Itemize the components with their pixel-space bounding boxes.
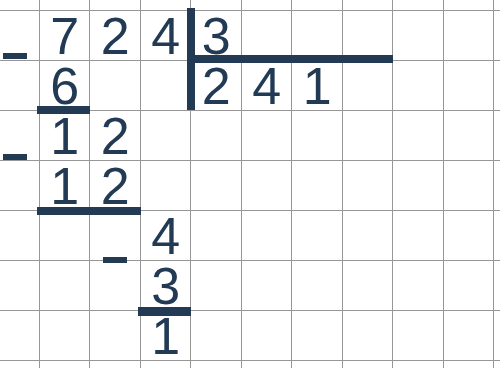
paper-cell <box>40 211 91 261</box>
paper-cell <box>90 361 141 368</box>
paper-cell <box>40 361 91 368</box>
paper-cell <box>0 261 40 311</box>
paper-cell <box>191 261 242 311</box>
digit-3: 3 <box>141 261 192 311</box>
paper-cell <box>191 161 242 211</box>
minus-sign-3 <box>103 257 127 263</box>
paper-cell <box>292 261 343 311</box>
subtraction-underline-3 <box>138 307 191 316</box>
paper-cell <box>242 361 293 368</box>
paper-cell <box>292 161 343 211</box>
digit-3: 3 <box>191 11 242 61</box>
paper-cell <box>191 211 242 261</box>
paper-cell <box>242 11 293 61</box>
digit-2: 2 <box>90 161 141 211</box>
paper-cell <box>494 211 500 261</box>
paper-cell <box>40 311 91 361</box>
digit-4: 4 <box>141 211 192 261</box>
paper-cell <box>444 111 495 161</box>
paper-cell <box>393 311 444 361</box>
paper-cell <box>343 361 394 368</box>
paper-cell <box>494 161 500 211</box>
paper-cell <box>393 211 444 261</box>
digit-1: 1 <box>40 111 91 161</box>
paper-cell <box>393 161 444 211</box>
paper-cell <box>242 261 293 311</box>
paper-cell <box>292 361 343 368</box>
paper-cell <box>494 11 500 61</box>
digit-4: 4 <box>141 11 192 61</box>
paper-cell <box>242 111 293 161</box>
paper-cell <box>90 61 141 111</box>
digit-2: 2 <box>90 111 141 161</box>
digit-7: 7 <box>40 11 91 61</box>
digit-4: 4 <box>242 61 293 111</box>
quotient-overline <box>187 55 393 63</box>
paper-cell <box>0 0 40 11</box>
minus-sign-2 <box>3 154 27 160</box>
paper-cell <box>444 361 495 368</box>
paper-cell <box>0 311 40 361</box>
paper-cell <box>494 261 500 311</box>
paper-cell <box>494 311 500 361</box>
paper-cell <box>90 311 141 361</box>
paper-cell <box>343 111 394 161</box>
paper-cell <box>494 111 500 161</box>
paper-cell <box>444 261 495 311</box>
paper-cell <box>393 361 444 368</box>
paper-cell <box>40 261 91 311</box>
paper-cell <box>242 161 293 211</box>
paper-cell <box>444 11 495 61</box>
digit-1: 1 <box>292 61 343 111</box>
paper-cell <box>90 261 141 311</box>
paper-cell <box>444 311 495 361</box>
paper-cell <box>343 311 394 361</box>
paper-cell <box>393 61 444 111</box>
paper-cell <box>292 311 343 361</box>
paper-cell <box>494 361 500 368</box>
paper-cell <box>393 111 444 161</box>
paper-cell <box>141 111 192 161</box>
digit-1: 1 <box>40 161 91 211</box>
long-division-worksheet: 724362411212431 <box>0 0 500 368</box>
digit-2: 2 <box>90 11 141 61</box>
paper-cell <box>444 211 495 261</box>
paper-cell <box>292 0 343 11</box>
paper-cell <box>343 0 394 11</box>
paper-cell <box>292 211 343 261</box>
paper-cell <box>343 11 394 61</box>
paper-cell <box>343 61 394 111</box>
paper-cell <box>393 261 444 311</box>
digit-1: 1 <box>141 311 192 361</box>
paper-cell <box>0 211 40 261</box>
paper-cell <box>90 211 141 261</box>
subtraction-underline-2 <box>37 207 141 215</box>
minus-sign-1 <box>3 53 27 59</box>
paper-cell <box>191 111 242 161</box>
paper-cell <box>0 361 40 368</box>
paper-cell <box>444 61 495 111</box>
paper-cell <box>444 161 495 211</box>
paper-cell <box>191 311 242 361</box>
paper-cell <box>0 61 40 111</box>
paper-cell <box>141 61 192 111</box>
paper-cell <box>292 111 343 161</box>
paper-cell <box>242 211 293 261</box>
digit-2: 2 <box>191 61 242 111</box>
paper-cell <box>292 11 343 61</box>
paper-cell <box>191 361 242 368</box>
paper-cell <box>494 0 500 11</box>
paper-cell <box>343 161 394 211</box>
paper-cell <box>242 311 293 361</box>
paper-cell <box>141 161 192 211</box>
paper-cell <box>242 0 293 11</box>
paper-cell <box>393 0 444 11</box>
paper-cell <box>0 161 40 211</box>
digit-6: 6 <box>40 61 91 111</box>
paper-cell <box>343 261 394 311</box>
paper-cell <box>343 211 394 261</box>
paper-cell <box>444 0 495 11</box>
paper-cell <box>393 11 444 61</box>
paper-cell <box>494 61 500 111</box>
subtraction-underline-1 <box>37 106 90 114</box>
